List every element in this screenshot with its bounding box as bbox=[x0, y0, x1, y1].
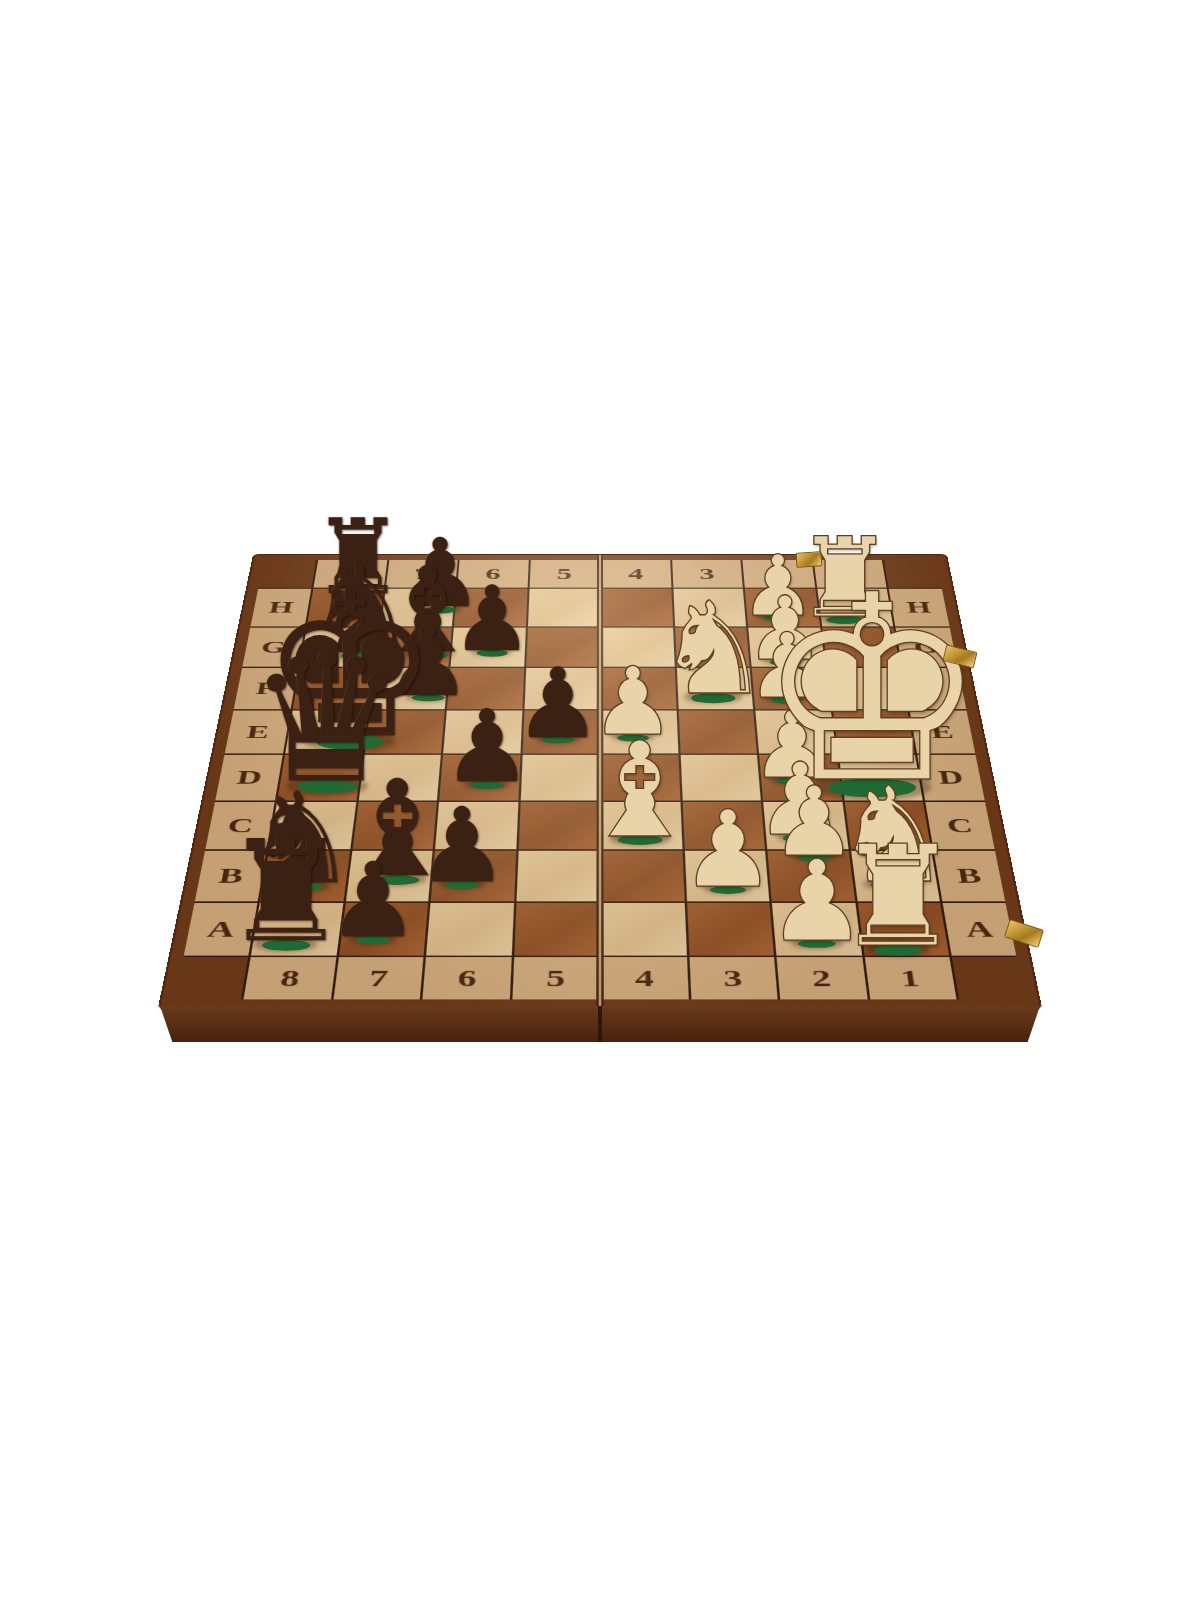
box-side-split bbox=[598, 1006, 602, 1042]
far-hinge-brass-icon bbox=[796, 551, 823, 568]
square-h5[interactable] bbox=[528, 589, 599, 627]
rank-label-near-6: 6 bbox=[422, 957, 511, 999]
piece-black-pawn-b6[interactable]: ♟ bbox=[416, 794, 508, 897]
square-a4[interactable] bbox=[601, 903, 686, 956]
rank-label-near-4: 4 bbox=[601, 957, 688, 999]
square-a5[interactable] bbox=[514, 903, 599, 956]
piece-white-rook-a1[interactable]: ♜ bbox=[835, 827, 961, 967]
piece-black-rook-a8[interactable]: ♜ bbox=[223, 822, 349, 962]
square-a6[interactable] bbox=[426, 903, 513, 956]
rank-label-far-5: 5 bbox=[529, 560, 599, 587]
frame-corner bbox=[952, 957, 1025, 999]
piece-white-pawn-b3[interactable]: ♟ bbox=[680, 797, 775, 903]
rank-label-near-5: 5 bbox=[512, 957, 599, 999]
product-photo-chess-set: 87654321HHGGFFEEDDCCBBAA87654321 ♜♞♚♛♟♝♟… bbox=[0, 0, 1200, 1600]
rank-label-near-3: 3 bbox=[689, 957, 778, 999]
